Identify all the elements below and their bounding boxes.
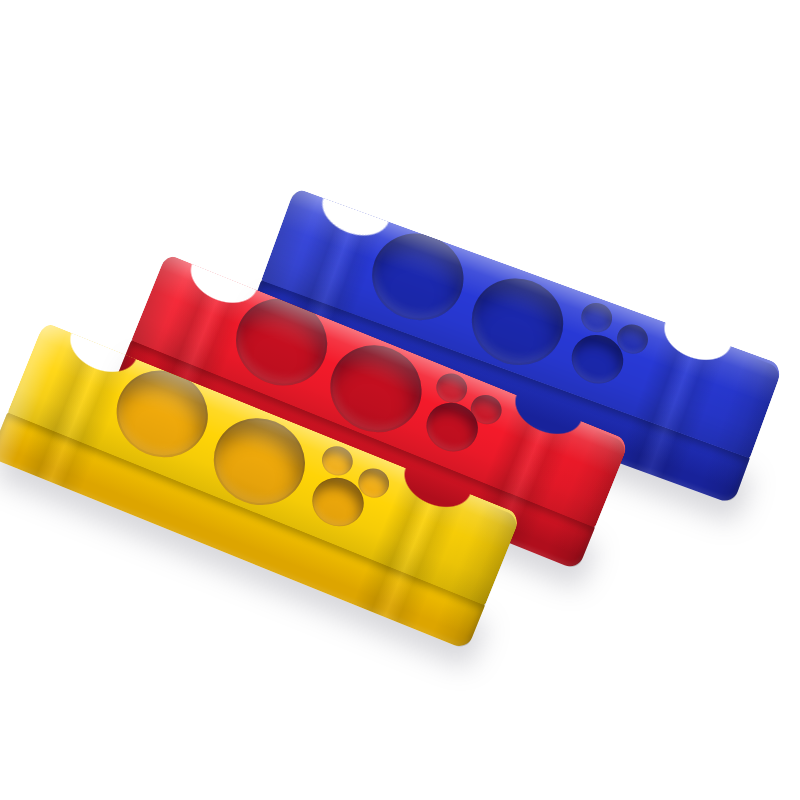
product-photo — [0, 0, 800, 800]
small-hole-1 — [318, 441, 358, 480]
large-hole-1 — [360, 220, 476, 332]
small-hole-1 — [432, 369, 472, 408]
small-hole-1 — [577, 298, 616, 336]
